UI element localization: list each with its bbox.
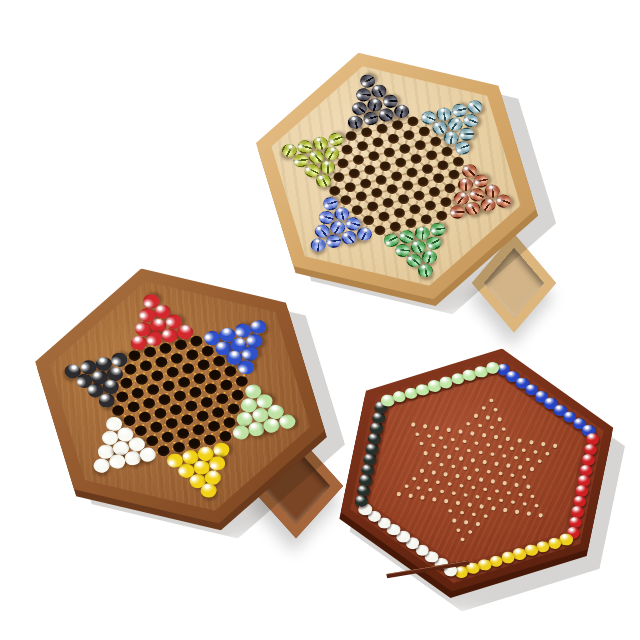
hole-dot <box>447 482 452 486</box>
hole-dot <box>499 498 504 502</box>
hole-dot <box>439 462 444 466</box>
hole-dot <box>419 469 424 473</box>
hole-dot <box>502 481 507 485</box>
hole-dot <box>438 435 443 439</box>
marble-teal <box>454 141 470 155</box>
hole-dot <box>473 414 478 418</box>
hole-dot <box>490 479 495 483</box>
hole-dot <box>478 450 483 454</box>
hole-dot <box>483 514 488 518</box>
hole-dot <box>497 417 502 421</box>
hole-dot <box>454 447 459 451</box>
hole-dot <box>431 443 436 447</box>
hole-dot <box>534 504 539 508</box>
product-photo-stage <box>0 0 640 640</box>
hole-dot <box>505 436 510 440</box>
hole-dot <box>489 398 494 402</box>
hole-dot <box>533 450 538 454</box>
hole-dot <box>487 497 492 501</box>
hole-dot <box>452 518 457 522</box>
hole-dot <box>475 495 480 499</box>
hole <box>218 430 233 443</box>
hole-dot <box>434 426 439 430</box>
hole-dot <box>537 459 542 463</box>
hole-dot <box>416 486 421 490</box>
hole-dot <box>522 502 527 506</box>
hole-dot <box>424 478 429 482</box>
hole-dot <box>485 416 490 420</box>
hole-dot <box>478 423 483 427</box>
hole <box>435 210 448 222</box>
hole-dot <box>468 530 473 534</box>
hole-dot <box>432 497 437 501</box>
hole-dot <box>431 470 436 474</box>
hole-dot <box>412 476 417 480</box>
hole-dot <box>463 466 468 470</box>
hole-dot <box>493 408 498 412</box>
hole-dot <box>494 489 499 493</box>
hole-dot <box>481 406 486 410</box>
hole-dot <box>470 458 475 462</box>
hole-dot <box>428 488 433 492</box>
marble-black <box>369 422 385 435</box>
hole-dot <box>471 512 476 516</box>
hole-dot <box>529 440 534 444</box>
marble-blue <box>249 319 268 336</box>
hole-dot <box>411 422 416 426</box>
hole-dot <box>530 494 535 498</box>
marble-blue <box>238 361 254 375</box>
hole-dot <box>456 528 461 532</box>
board-mahogany-board <box>292 312 640 627</box>
hole-dot <box>470 431 475 435</box>
hole-dot <box>466 449 471 453</box>
hole-dot <box>553 444 558 448</box>
hole-dot <box>466 422 471 426</box>
hole-dot <box>459 510 464 514</box>
hole-dot <box>545 451 550 455</box>
hole-dot <box>501 427 506 431</box>
hole-dot <box>444 499 449 503</box>
marble-black <box>364 442 380 455</box>
hole-dot <box>448 509 453 513</box>
marble-blue <box>307 236 327 254</box>
hole-dot <box>493 435 498 439</box>
hole-dot <box>486 470 491 474</box>
hole-dot <box>479 504 484 508</box>
marble-lightgreen <box>248 422 264 436</box>
hole-dot <box>506 491 511 495</box>
hole-dot <box>525 457 530 461</box>
hole-dot <box>455 474 460 478</box>
hole-dot <box>450 437 455 441</box>
hole-dot <box>458 456 463 460</box>
hole-dot <box>522 475 527 479</box>
hole-dot <box>506 464 511 468</box>
hole-dot <box>494 462 499 466</box>
hole-dot <box>521 448 526 452</box>
hole-dot <box>447 455 452 459</box>
hole-dot <box>458 429 463 433</box>
hole-dot <box>420 496 425 500</box>
marble-blue <box>340 230 357 245</box>
hole-dot <box>513 456 518 460</box>
hole-dot <box>439 489 444 493</box>
hole-dot <box>498 444 503 448</box>
hole-dot <box>443 445 448 449</box>
hole-dot <box>463 493 468 497</box>
hole-dot <box>489 425 494 429</box>
hole-dot <box>455 501 460 505</box>
hole-dot <box>396 492 401 496</box>
hole-dot <box>423 424 428 428</box>
hole-dot <box>474 468 479 472</box>
hole-dot <box>443 472 448 476</box>
hole-dot <box>404 484 409 488</box>
hole-dot <box>526 511 531 515</box>
marble-yellow <box>209 456 226 471</box>
hole-dot <box>498 471 503 475</box>
hexbox <box>309 327 640 613</box>
hole-dot <box>510 473 515 477</box>
hole-dot <box>427 461 432 465</box>
hole-dot <box>423 451 428 455</box>
hole-dot <box>482 460 487 464</box>
hole-dot <box>446 428 451 432</box>
hole-dot <box>526 484 531 488</box>
hole-dot <box>510 500 515 504</box>
hole-dot <box>514 483 519 487</box>
marble-black <box>358 473 374 486</box>
marble-green <box>425 236 441 250</box>
marble-teal <box>465 99 483 115</box>
hole-dot <box>451 491 456 495</box>
hole-dot <box>415 432 420 436</box>
hole-dot <box>502 454 507 458</box>
hole-dot <box>462 439 467 443</box>
hole-dot <box>467 476 472 480</box>
marble-yellowgreen <box>315 174 331 188</box>
hole-dot <box>478 477 483 481</box>
hole-dot <box>518 492 523 496</box>
hole-dot <box>475 522 480 526</box>
hole-dot <box>491 506 496 510</box>
hole-dot <box>503 508 508 512</box>
hole-dot <box>435 453 440 457</box>
hole-dot <box>427 434 432 438</box>
hole-dot <box>435 480 440 484</box>
hole-dot <box>474 441 479 445</box>
grid-layer <box>309 327 640 613</box>
hole-dot <box>486 443 491 447</box>
hole-dot <box>529 467 534 471</box>
hole-dot <box>451 464 456 468</box>
hole-dot <box>408 494 413 498</box>
hole-dot <box>419 442 424 446</box>
hole-dot <box>541 442 546 446</box>
hole-dot <box>483 487 488 491</box>
marble-redbrown <box>465 202 480 215</box>
hole-dot <box>467 503 472 507</box>
hole-dot <box>517 438 522 442</box>
hole-dot <box>514 510 519 514</box>
hole-dot <box>490 452 495 456</box>
hole-dot <box>518 465 523 469</box>
hole-dot <box>464 520 469 524</box>
hole-dot <box>471 485 476 489</box>
hole-dot <box>460 537 465 541</box>
hole-dot <box>482 433 487 437</box>
hole-dot <box>459 483 464 487</box>
hole-dot <box>509 446 514 450</box>
hole-dot <box>538 513 543 517</box>
